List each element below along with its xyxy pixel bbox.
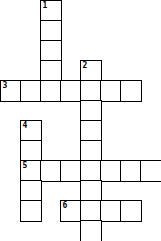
grid-cell[interactable] bbox=[120, 80, 142, 102]
clue-number: 2 bbox=[83, 62, 88, 70]
grid-cell[interactable] bbox=[100, 200, 122, 222]
clue-number: 3 bbox=[3, 82, 8, 90]
grid-cell[interactable] bbox=[40, 80, 62, 102]
grid-cell[interactable] bbox=[80, 80, 102, 102]
grid-cell[interactable] bbox=[80, 100, 102, 122]
clue-number: 1 bbox=[43, 2, 48, 10]
grid-cell[interactable] bbox=[20, 200, 42, 222]
grid-cell[interactable] bbox=[100, 80, 122, 102]
grid-cell[interactable] bbox=[20, 140, 42, 162]
grid-cell[interactable] bbox=[60, 160, 82, 182]
grid-cell[interactable] bbox=[100, 160, 122, 182]
grid-cell[interactable] bbox=[80, 120, 102, 142]
clue-number: 6 bbox=[63, 202, 68, 210]
clue-number: 5 bbox=[23, 162, 28, 170]
grid-cell[interactable] bbox=[20, 180, 42, 202]
grid-cell[interactable] bbox=[40, 60, 62, 82]
grid-cell[interactable] bbox=[40, 160, 62, 182]
grid-cell[interactable] bbox=[60, 80, 82, 102]
grid-cell[interactable] bbox=[120, 160, 142, 182]
grid-cell[interactable] bbox=[40, 40, 62, 62]
grid-cell[interactable] bbox=[140, 160, 161, 182]
grid-cell[interactable] bbox=[80, 160, 102, 182]
grid-cell[interactable] bbox=[80, 220, 102, 241]
grid-cell[interactable] bbox=[40, 20, 62, 42]
grid-cell[interactable] bbox=[80, 200, 102, 222]
grid-cell[interactable] bbox=[20, 80, 42, 102]
grid-cell[interactable] bbox=[80, 180, 102, 202]
crossword-board: 123456 bbox=[0, 0, 161, 241]
grid-cell[interactable] bbox=[120, 200, 142, 222]
grid-cell[interactable] bbox=[80, 140, 102, 162]
clue-number: 4 bbox=[23, 122, 28, 130]
